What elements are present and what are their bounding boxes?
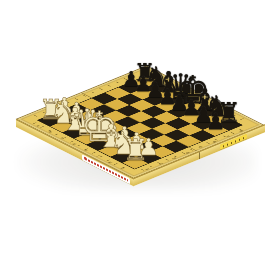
coordinate-rank-1: 1 (145, 168, 151, 171)
coordinate-file-c: c (59, 137, 65, 139)
coordinate-file-d: d (71, 143, 77, 146)
coordinate-file-a: a (35, 125, 41, 128)
brand-logo-icon (84, 157, 87, 161)
coordinate-file-b: b (47, 131, 53, 134)
chess-set-product-photo: abcdefgh12345678 ♜♞♝♛♚♝♞♜♟♟♟♟♟♟♟♟♟♟♟♟♟♟♟… (0, 0, 280, 280)
coordinate-rank-2: 2 (158, 162, 164, 165)
coordinate-file-g: g (107, 161, 113, 164)
coordinate-rank-3: 3 (171, 157, 177, 160)
coordinate-file-f: f (96, 155, 101, 157)
fold-seam-notch (198, 152, 200, 160)
coordinate-file-e: e (83, 149, 89, 152)
coordinate-file-h: h (119, 167, 125, 170)
